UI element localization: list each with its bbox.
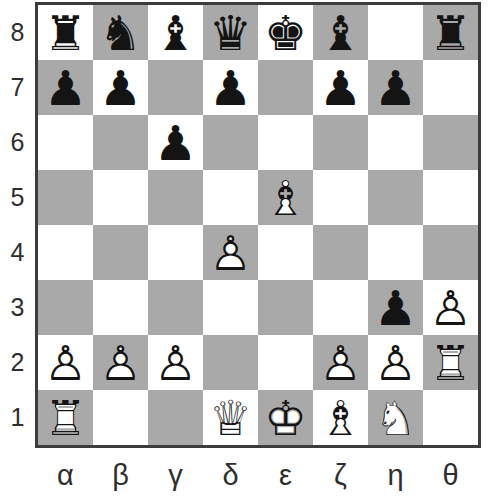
black-bishop-glyph: ♝	[154, 9, 197, 57]
piece-white-pawn: ♟♙	[313, 335, 368, 390]
piece-white-pawn: ♟♙	[423, 280, 478, 335]
square-f5[interactable]	[313, 170, 368, 225]
black-pawn-glyph: ♟	[154, 119, 197, 167]
square-c7[interactable]	[148, 60, 203, 115]
square-f6[interactable]	[313, 115, 368, 170]
square-b8[interactable]: ♞	[93, 5, 148, 60]
rank-label-7: 7	[0, 60, 35, 115]
chess-diagram: 87654321 ♜♞♝♛♚♝♜♟♟♟♟♟♟♝♗♟♙♟♟♙♟♙♟♙♟♙♟♙♟♙♜…	[0, 0, 500, 500]
piece-black-pawn: ♟	[203, 60, 258, 115]
square-h5[interactable]	[423, 170, 478, 225]
square-g2[interactable]: ♟♙	[368, 335, 423, 390]
piece-white-queen: ♛♕	[203, 390, 258, 445]
file-label-alpha: α	[38, 453, 93, 497]
square-g3[interactable]: ♟	[368, 280, 423, 335]
square-h8[interactable]: ♜	[423, 5, 478, 60]
black-pawn-glyph: ♟	[319, 64, 362, 112]
rank-label-4: 4	[0, 225, 35, 280]
file-label-beta: β	[93, 453, 148, 497]
rank-label-1: 1	[0, 390, 35, 445]
square-g5[interactable]	[368, 170, 423, 225]
white-pawn-glyph: ♙	[429, 284, 472, 332]
piece-white-bishop: ♝♗	[313, 390, 368, 445]
square-e1[interactable]: ♚♔	[258, 390, 313, 445]
white-knight-glyph: ♘	[374, 394, 417, 442]
square-a2[interactable]: ♟♙	[38, 335, 93, 390]
square-e6[interactable]	[258, 115, 313, 170]
square-h6[interactable]	[423, 115, 478, 170]
piece-black-pawn: ♟	[368, 280, 423, 335]
file-labels: αβγδεζηθ	[38, 453, 478, 497]
white-pawn-glyph: ♙	[44, 339, 87, 387]
black-queen-glyph: ♛	[209, 9, 252, 57]
square-f8[interactable]: ♝	[313, 5, 368, 60]
white-pawn-glyph: ♙	[154, 339, 197, 387]
black-pawn-glyph: ♟	[209, 64, 252, 112]
white-bishop-glyph: ♗	[319, 394, 362, 442]
white-pawn-glyph: ♙	[99, 339, 142, 387]
piece-white-pawn: ♟♙	[38, 335, 93, 390]
square-g8[interactable]	[368, 5, 423, 60]
square-a5[interactable]	[38, 170, 93, 225]
piece-white-pawn: ♟♙	[148, 335, 203, 390]
square-d5[interactable]	[203, 170, 258, 225]
square-b7[interactable]: ♟	[93, 60, 148, 115]
square-e5[interactable]: ♝♗	[258, 170, 313, 225]
white-rook-glyph: ♖	[44, 394, 87, 442]
square-e7[interactable]	[258, 60, 313, 115]
piece-white-pawn: ♟♙	[203, 225, 258, 280]
square-c8[interactable]: ♝	[148, 5, 203, 60]
piece-white-king: ♚♔	[258, 390, 313, 445]
black-rook-glyph: ♜	[429, 9, 472, 57]
rank-label-5: 5	[0, 170, 35, 225]
piece-black-knight: ♞	[93, 5, 148, 60]
rank-label-6: 6	[0, 115, 35, 170]
black-knight-glyph: ♞	[99, 9, 142, 57]
piece-black-rook: ♜	[423, 5, 478, 60]
piece-black-pawn: ♟	[93, 60, 148, 115]
piece-black-rook: ♜	[38, 5, 93, 60]
square-f4[interactable]	[313, 225, 368, 280]
square-b3[interactable]	[93, 280, 148, 335]
piece-black-pawn: ♟	[368, 60, 423, 115]
square-a8[interactable]: ♜	[38, 5, 93, 60]
square-a6[interactable]	[38, 115, 93, 170]
rank-label-8: 8	[0, 5, 35, 60]
square-c1[interactable]	[148, 390, 203, 445]
white-rook-glyph: ♖	[429, 339, 472, 387]
square-d2[interactable]	[203, 335, 258, 390]
black-king-glyph: ♚	[264, 9, 307, 57]
square-d1[interactable]: ♛♕	[203, 390, 258, 445]
square-h1[interactable]	[423, 390, 478, 445]
piece-white-pawn: ♟♙	[368, 335, 423, 390]
white-pawn-glyph: ♙	[319, 339, 362, 387]
square-c4[interactable]	[148, 225, 203, 280]
square-e2[interactable]	[258, 335, 313, 390]
white-queen-glyph: ♕	[209, 394, 252, 442]
rank-label-2: 2	[0, 335, 35, 390]
white-pawn-glyph: ♙	[374, 339, 417, 387]
square-b4[interactable]	[93, 225, 148, 280]
square-d8[interactable]: ♛	[203, 5, 258, 60]
square-c6[interactable]: ♟	[148, 115, 203, 170]
piece-black-king: ♚	[258, 5, 313, 60]
piece-white-rook: ♜♖	[423, 335, 478, 390]
square-e8[interactable]: ♚	[258, 5, 313, 60]
piece-white-pawn: ♟♙	[93, 335, 148, 390]
chess-board: ♜♞♝♛♚♝♜♟♟♟♟♟♟♝♗♟♙♟♟♙♟♙♟♙♟♙♟♙♟♙♜♖♜♖♛♕♚♔♝♗…	[35, 2, 481, 448]
piece-black-pawn: ♟	[38, 60, 93, 115]
square-g7[interactable]: ♟	[368, 60, 423, 115]
square-g4[interactable]	[368, 225, 423, 280]
square-b2[interactable]: ♟♙	[93, 335, 148, 390]
square-b6[interactable]	[93, 115, 148, 170]
square-d4[interactable]: ♟♙	[203, 225, 258, 280]
rank-label-3: 3	[0, 280, 35, 335]
square-h7[interactable]	[423, 60, 478, 115]
black-bishop-glyph: ♝	[319, 9, 362, 57]
black-pawn-glyph: ♟	[44, 64, 87, 112]
file-label-zeta: ζ	[313, 453, 368, 497]
piece-black-pawn: ♟	[313, 60, 368, 115]
piece-white-bishop: ♝♗	[258, 170, 313, 225]
piece-black-bishop: ♝	[313, 5, 368, 60]
square-f1[interactable]: ♝♗	[313, 390, 368, 445]
square-a4[interactable]	[38, 225, 93, 280]
piece-white-rook: ♜♖	[38, 390, 93, 445]
file-label-epsilon: ε	[258, 453, 313, 497]
piece-white-knight: ♞♘	[368, 390, 423, 445]
square-e3[interactable]	[258, 280, 313, 335]
white-pawn-glyph: ♙	[209, 229, 252, 277]
square-a7[interactable]: ♟	[38, 60, 93, 115]
square-f2[interactable]: ♟♙	[313, 335, 368, 390]
square-a1[interactable]: ♜♖	[38, 390, 93, 445]
square-d7[interactable]: ♟	[203, 60, 258, 115]
square-g6[interactable]	[368, 115, 423, 170]
square-e4[interactable]	[258, 225, 313, 280]
square-g1[interactable]: ♞♘	[368, 390, 423, 445]
square-d3[interactable]	[203, 280, 258, 335]
square-c3[interactable]	[148, 280, 203, 335]
square-b5[interactable]	[93, 170, 148, 225]
file-label-theta: θ	[423, 453, 478, 497]
square-d6[interactable]	[203, 115, 258, 170]
file-label-eta: η	[368, 453, 423, 497]
square-f3[interactable]	[313, 280, 368, 335]
square-a3[interactable]	[38, 280, 93, 335]
square-f7[interactable]: ♟	[313, 60, 368, 115]
file-label-delta: δ	[203, 453, 258, 497]
square-c2[interactable]: ♟♙	[148, 335, 203, 390]
black-pawn-glyph: ♟	[374, 64, 417, 112]
file-label-gamma: γ	[148, 453, 203, 497]
square-h2[interactable]: ♜♖	[423, 335, 478, 390]
black-pawn-glyph: ♟	[99, 64, 142, 112]
piece-black-bishop: ♝	[148, 5, 203, 60]
black-rook-glyph: ♜	[44, 9, 87, 57]
piece-black-queen: ♛	[203, 5, 258, 60]
square-h3[interactable]: ♟♙	[423, 280, 478, 335]
square-c5[interactable]	[148, 170, 203, 225]
square-b1[interactable]	[93, 390, 148, 445]
piece-black-pawn: ♟	[148, 115, 203, 170]
black-pawn-glyph: ♟	[374, 284, 417, 332]
white-king-glyph: ♔	[264, 394, 307, 442]
white-bishop-glyph: ♗	[264, 174, 307, 222]
square-h4[interactable]	[423, 225, 478, 280]
rank-labels: 87654321	[0, 5, 35, 445]
